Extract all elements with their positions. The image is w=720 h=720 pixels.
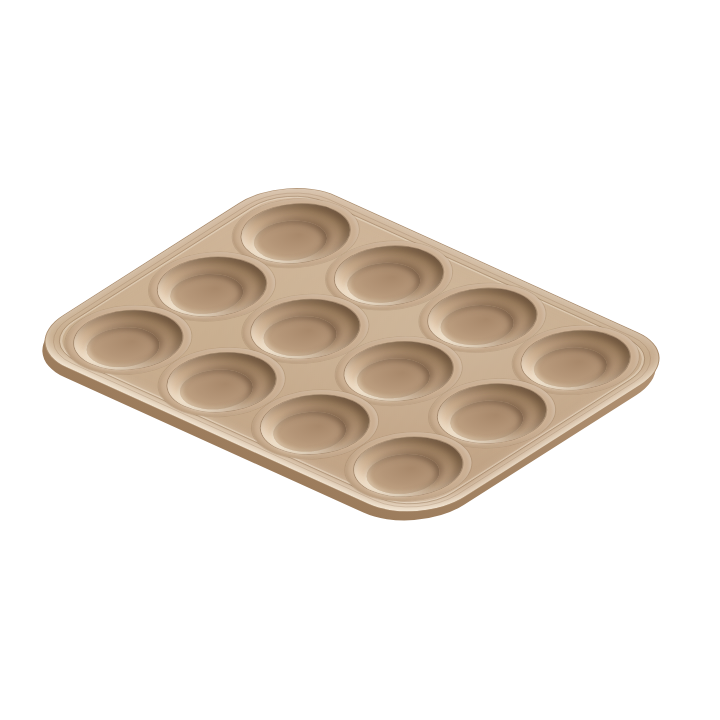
photo-background <box>0 0 720 720</box>
muffin-pan <box>16 173 688 527</box>
